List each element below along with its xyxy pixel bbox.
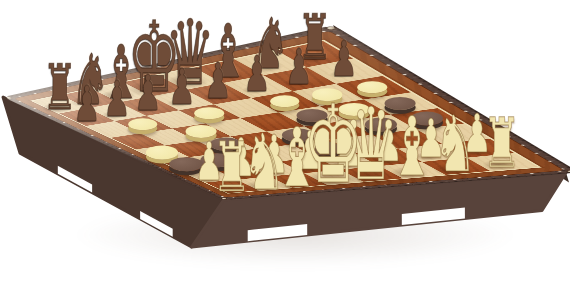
chess-set-product-photo: ♜♞♝♛♚♝♞♜♟♟♟♟♟♟♟♟♟♟♟♟♟♟♟♟♜♞♝♛♚♝♞♜ [0,0,570,288]
